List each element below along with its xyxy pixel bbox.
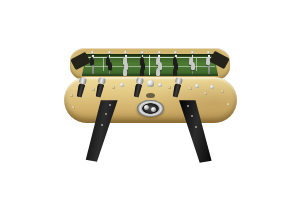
screw bbox=[227, 103, 230, 106]
screw bbox=[221, 90, 224, 93]
player-figure bbox=[156, 68, 160, 76]
screw bbox=[204, 92, 207, 95]
leg-screw bbox=[105, 113, 107, 115]
leg-screw bbox=[101, 124, 103, 126]
playfield bbox=[82, 54, 218, 76]
rod-end-cap bbox=[210, 85, 214, 89]
far-rail-rod-cap bbox=[174, 51, 177, 54]
screw bbox=[168, 86, 171, 89]
cabinet-top bbox=[70, 48, 230, 80]
screw bbox=[112, 86, 115, 89]
screw bbox=[72, 106, 75, 109]
foosball-table-photo bbox=[0, 0, 300, 200]
player-figure bbox=[123, 68, 127, 76]
chrome-dome-cap bbox=[147, 80, 154, 87]
leg-screw bbox=[187, 105, 189, 107]
rod-end-cap bbox=[195, 84, 199, 88]
foosball-ball bbox=[144, 105, 149, 110]
screw bbox=[189, 87, 192, 90]
rod-end-cap bbox=[120, 83, 124, 87]
player-figure bbox=[173, 68, 177, 76]
leg-screw bbox=[109, 104, 111, 106]
far-rail-rod-cap bbox=[207, 51, 210, 54]
far-rail-rod-cap bbox=[124, 51, 127, 54]
rod-end-cap bbox=[158, 83, 162, 87]
field-penalty-line-right bbox=[196, 58, 197, 71]
far-rail-rod-cap bbox=[91, 51, 94, 54]
field-penalty-line-left bbox=[103, 58, 104, 71]
far-rail-rod-cap bbox=[191, 51, 194, 54]
player-figure bbox=[191, 62, 195, 70]
far-rail-rod-cap bbox=[141, 51, 144, 54]
screw bbox=[70, 94, 73, 97]
leg-screw bbox=[191, 115, 193, 117]
ball-entry-slot bbox=[146, 93, 155, 98]
far-rail-rod-cap bbox=[108, 51, 111, 54]
leg-screw bbox=[195, 126, 197, 128]
player-figure bbox=[140, 68, 144, 76]
player-figure bbox=[108, 62, 112, 70]
foosball-ball bbox=[151, 107, 156, 112]
field-center-line bbox=[149, 55, 150, 75]
far-rail-rod-cap bbox=[158, 51, 161, 54]
